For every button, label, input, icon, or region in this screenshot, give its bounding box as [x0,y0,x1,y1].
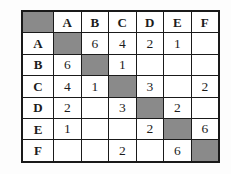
cell-E-D: 2 [137,119,164,139]
cell-F-B [82,140,109,160]
cell-A-C: 4 [109,33,136,53]
cell-D-E: 2 [164,98,191,118]
cell-C-A: 4 [54,76,81,96]
cell-D-F [192,98,219,118]
cell-E-F: 6 [192,119,219,139]
col-header-F: F [192,12,219,32]
cell-A-D: 2 [137,33,164,53]
cell-B-A: 6 [54,55,81,75]
cell-F-A [54,140,81,160]
page: A B C D E F A 6 4 2 1 B 6 1 C 4 1 3 2 D … [0,0,231,174]
cell-C-C [109,76,136,96]
cell-C-E [164,76,191,96]
cell-E-A: 1 [54,119,81,139]
col-header-B: B [82,12,109,32]
cell-E-B [82,119,109,139]
col-header-E: E [164,12,191,32]
cell-B-F [192,55,219,75]
cell-A-A [54,33,81,53]
cell-B-E [164,55,191,75]
cell-A-B: 6 [82,33,109,53]
cell-B-D [137,55,164,75]
cell-C-B: 1 [82,76,109,96]
cell-F-D [137,140,164,160]
weight-matrix-table: A B C D E F A 6 4 2 1 B 6 1 C 4 1 3 2 D … [21,10,220,163]
col-header-D: D [137,12,164,32]
cell-F-F [192,140,219,160]
row-header-E: E [23,119,53,139]
row-header-B: B [23,55,53,75]
cell-E-C [109,119,136,139]
cell-D-C: 3 [109,98,136,118]
cell-B-C: 1 [109,55,136,75]
cell-C-F: 2 [192,76,219,96]
row-header-F: F [23,140,53,160]
cell-D-A: 2 [54,98,81,118]
row-header-C: C [23,76,53,96]
row-header-D: D [23,98,53,118]
cell-E-E [164,119,191,139]
col-header-C: C [109,12,136,32]
row-header-A: A [23,33,53,53]
col-header-A: A [54,12,81,32]
cell-F-E: 6 [164,140,191,160]
cell-D-B [82,98,109,118]
cell-A-E: 1 [164,33,191,53]
cell-B-B [82,55,109,75]
corner-cell [23,12,53,32]
cell-C-D: 3 [137,76,164,96]
cell-F-C: 2 [109,140,136,160]
cell-A-F [192,33,219,53]
cell-D-D [137,98,164,118]
